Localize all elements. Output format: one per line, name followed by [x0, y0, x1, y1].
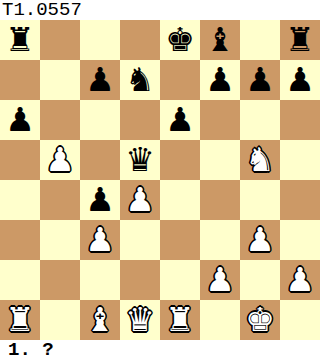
square-d6[interactable] — [120, 100, 160, 140]
black-rook: ♜ — [280, 20, 320, 60]
square-b7[interactable] — [40, 60, 80, 100]
square-g3[interactable]: ♟ — [240, 220, 280, 260]
white-pawn: ♟ — [280, 260, 320, 300]
square-c2[interactable] — [80, 260, 120, 300]
white-pawn: ♟ — [80, 220, 120, 260]
square-a8[interactable]: ♜ — [0, 20, 40, 60]
square-a7[interactable] — [0, 60, 40, 100]
square-f6[interactable] — [200, 100, 240, 140]
square-e8[interactable]: ♚ — [160, 20, 200, 60]
white-bishop: ♝ — [80, 300, 120, 340]
square-a3[interactable] — [0, 220, 40, 260]
square-g6[interactable] — [240, 100, 280, 140]
square-f4[interactable] — [200, 180, 240, 220]
square-c3[interactable]: ♟ — [80, 220, 120, 260]
square-e4[interactable] — [160, 180, 200, 220]
square-d2[interactable] — [120, 260, 160, 300]
black-king: ♚ — [160, 20, 200, 60]
square-b2[interactable] — [40, 260, 80, 300]
black-pawn: ♟ — [280, 60, 320, 100]
square-d4[interactable]: ♟ — [120, 180, 160, 220]
black-queen: ♛ — [120, 140, 160, 180]
square-b4[interactable] — [40, 180, 80, 220]
square-g1[interactable]: ♚ — [240, 300, 280, 340]
square-e7[interactable] — [160, 60, 200, 100]
square-e3[interactable] — [160, 220, 200, 260]
white-pawn: ♟ — [120, 180, 160, 220]
square-a2[interactable] — [0, 260, 40, 300]
square-c7[interactable]: ♟ — [80, 60, 120, 100]
move-prompt: 1. ? — [0, 340, 320, 360]
black-knight: ♞ — [120, 60, 160, 100]
black-pawn: ♟ — [80, 60, 120, 100]
square-f1[interactable] — [200, 300, 240, 340]
white-queen: ♛ — [120, 300, 160, 340]
square-d8[interactable] — [120, 20, 160, 60]
black-rook: ♜ — [0, 20, 40, 60]
square-d7[interactable]: ♞ — [120, 60, 160, 100]
square-b5[interactable]: ♟ — [40, 140, 80, 180]
black-pawn: ♟ — [0, 100, 40, 140]
chess-board: ♜♚♝♜♟♞♟♟♟♟♟♟♛♞♟♟♟♟♟♟♜♝♛♜♚ — [0, 20, 320, 340]
square-h5[interactable] — [280, 140, 320, 180]
square-h6[interactable] — [280, 100, 320, 140]
square-d1[interactable]: ♛ — [120, 300, 160, 340]
black-pawn: ♟ — [200, 60, 240, 100]
square-c1[interactable]: ♝ — [80, 300, 120, 340]
square-f5[interactable] — [200, 140, 240, 180]
square-g8[interactable] — [240, 20, 280, 60]
square-e6[interactable]: ♟ — [160, 100, 200, 140]
white-pawn: ♟ — [240, 220, 280, 260]
white-king: ♚ — [240, 300, 280, 340]
white-rook: ♜ — [0, 300, 40, 340]
square-c6[interactable] — [80, 100, 120, 140]
square-f8[interactable]: ♝ — [200, 20, 240, 60]
square-h3[interactable] — [280, 220, 320, 260]
square-d3[interactable] — [120, 220, 160, 260]
square-h7[interactable]: ♟ — [280, 60, 320, 100]
square-f7[interactable]: ♟ — [200, 60, 240, 100]
chess-puzzle-app: T1.0557 ♜♚♝♜♟♞♟♟♟♟♟♟♛♞♟♟♟♟♟♟♜♝♛♜♚ 1. ? — [0, 0, 320, 360]
square-a1[interactable]: ♜ — [0, 300, 40, 340]
square-h8[interactable]: ♜ — [280, 20, 320, 60]
black-bishop: ♝ — [200, 20, 240, 60]
black-pawn: ♟ — [240, 60, 280, 100]
square-g5[interactable]: ♞ — [240, 140, 280, 180]
black-pawn: ♟ — [80, 180, 120, 220]
square-h2[interactable]: ♟ — [280, 260, 320, 300]
square-g4[interactable] — [240, 180, 280, 220]
puzzle-title: T1.0557 — [0, 0, 320, 20]
square-b1[interactable] — [40, 300, 80, 340]
square-d5[interactable]: ♛ — [120, 140, 160, 180]
square-g7[interactable]: ♟ — [240, 60, 280, 100]
square-c4[interactable]: ♟ — [80, 180, 120, 220]
square-b8[interactable] — [40, 20, 80, 60]
white-rook: ♜ — [160, 300, 200, 340]
white-pawn: ♟ — [200, 260, 240, 300]
white-knight: ♞ — [240, 140, 280, 180]
square-c8[interactable] — [80, 20, 120, 60]
square-e5[interactable] — [160, 140, 200, 180]
square-h4[interactable] — [280, 180, 320, 220]
square-f2[interactable]: ♟ — [200, 260, 240, 300]
square-b3[interactable] — [40, 220, 80, 260]
square-e2[interactable] — [160, 260, 200, 300]
black-pawn: ♟ — [160, 100, 200, 140]
square-e1[interactable]: ♜ — [160, 300, 200, 340]
white-pawn: ♟ — [40, 140, 80, 180]
square-g2[interactable] — [240, 260, 280, 300]
square-a6[interactable]: ♟ — [0, 100, 40, 140]
square-h1[interactable] — [280, 300, 320, 340]
square-a5[interactable] — [0, 140, 40, 180]
square-b6[interactable] — [40, 100, 80, 140]
square-a4[interactable] — [0, 180, 40, 220]
square-f3[interactable] — [200, 220, 240, 260]
square-c5[interactable] — [80, 140, 120, 180]
